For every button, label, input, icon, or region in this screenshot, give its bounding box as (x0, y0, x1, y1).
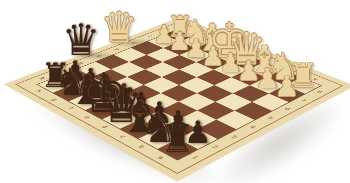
spare-brown-queen-anchor (64, 46, 97, 60)
chess-board-mat: hgfedcba hgfedcba 87654321 87654321 (4, 17, 350, 181)
spare-natural-queen-anchor (103, 35, 135, 48)
